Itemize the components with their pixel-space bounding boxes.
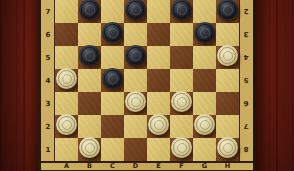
square-h3[interactable]: [216, 92, 239, 115]
square-a7[interactable]: [55, 0, 78, 23]
dark-checker-b5[interactable]: [79, 45, 100, 66]
square-f7[interactable]: [170, 0, 193, 23]
square-g5[interactable]: [193, 46, 216, 69]
square-f6[interactable]: [170, 23, 193, 46]
square-g1[interactable]: [193, 138, 216, 161]
light-checker-e2[interactable]: [148, 114, 169, 135]
light-checker-f1[interactable]: [171, 137, 192, 158]
square-c6[interactable]: [101, 23, 124, 46]
square-b4[interactable]: [78, 69, 101, 92]
square-d2[interactable]: [124, 115, 147, 138]
square-c2[interactable]: [101, 115, 124, 138]
square-d7[interactable]: [124, 0, 147, 23]
square-f3[interactable]: [170, 92, 193, 115]
square-b6[interactable]: [78, 23, 101, 46]
rank-label-right-6: 6: [239, 92, 253, 115]
dark-checker-f7[interactable]: [171, 0, 192, 20]
square-e7[interactable]: [147, 0, 170, 23]
square-f1[interactable]: [170, 138, 193, 161]
light-checker-f3[interactable]: [171, 91, 192, 112]
square-f2[interactable]: [170, 115, 193, 138]
dark-checker-c4[interactable]: [102, 68, 123, 89]
file-label-c: C: [101, 163, 124, 170]
frame-edge-line: [41, 170, 253, 171]
square-e1[interactable]: [147, 138, 170, 161]
checkers-board: 87654321 12345678 ABCDEFGH: [38, 0, 256, 171]
file-label-a: A: [55, 163, 78, 170]
light-checker-a4[interactable]: [56, 68, 77, 89]
file-label-g: G: [193, 163, 216, 170]
file-label-e: E: [147, 163, 170, 170]
dark-checker-d7[interactable]: [125, 0, 146, 20]
dark-checker-g6[interactable]: [194, 22, 215, 43]
square-b5[interactable]: [78, 46, 101, 69]
light-checker-a2[interactable]: [56, 114, 77, 135]
file-label-f: F: [170, 163, 193, 170]
square-a6[interactable]: [55, 23, 78, 46]
square-a4[interactable]: [55, 69, 78, 92]
square-e3[interactable]: [147, 92, 170, 115]
rank-label-right-4: 4: [239, 46, 253, 69]
square-c4[interactable]: [101, 69, 124, 92]
rank-label-left-1: 1: [41, 138, 55, 161]
square-a1[interactable]: [55, 138, 78, 161]
square-h2[interactable]: [216, 115, 239, 138]
rank-labels-left: 87654321: [41, 0, 55, 161]
rank-label-left-6: 6: [41, 23, 55, 46]
square-d3[interactable]: [124, 92, 147, 115]
square-c3[interactable]: [101, 92, 124, 115]
rank-label-right-3: 3: [239, 23, 253, 46]
square-a3[interactable]: [55, 92, 78, 115]
square-b2[interactable]: [78, 115, 101, 138]
square-h6[interactable]: [216, 23, 239, 46]
square-c1[interactable]: [101, 138, 124, 161]
dark-checker-d5[interactable]: [125, 45, 146, 66]
square-e2[interactable]: [147, 115, 170, 138]
file-labels: ABCDEFGH: [55, 163, 239, 170]
dark-checker-b7[interactable]: [79, 0, 100, 20]
dark-checker-c6[interactable]: [102, 22, 123, 43]
square-d6[interactable]: [124, 23, 147, 46]
square-d4[interactable]: [124, 69, 147, 92]
dark-checker-h7[interactable]: [217, 0, 238, 20]
square-h1[interactable]: [216, 138, 239, 161]
light-checker-h1[interactable]: [217, 137, 238, 158]
square-h5[interactable]: [216, 46, 239, 69]
square-e5[interactable]: [147, 46, 170, 69]
square-g3[interactable]: [193, 92, 216, 115]
file-label-h: H: [216, 163, 239, 170]
checkers-app-screen: 87654321 12345678 ABCDEFGH: [0, 0, 294, 171]
square-b3[interactable]: [78, 92, 101, 115]
square-b7[interactable]: [78, 0, 101, 23]
light-checker-b1[interactable]: [79, 137, 100, 158]
square-c5[interactable]: [101, 46, 124, 69]
rank-label-left-2: 2: [41, 115, 55, 138]
square-g4[interactable]: [193, 69, 216, 92]
rank-label-left-5: 5: [41, 46, 55, 69]
square-g2[interactable]: [193, 115, 216, 138]
square-h7[interactable]: [216, 0, 239, 23]
light-checker-g2[interactable]: [194, 114, 215, 135]
square-c7[interactable]: [101, 0, 124, 23]
rank-label-left-3: 3: [41, 92, 55, 115]
rank-label-right-8: 8: [239, 138, 253, 161]
rank-label-right-5: 5: [239, 69, 253, 92]
square-d5[interactable]: [124, 46, 147, 69]
light-checker-d3[interactable]: [125, 91, 146, 112]
rank-label-left-4: 4: [41, 69, 55, 92]
square-h4[interactable]: [216, 69, 239, 92]
rank-label-right-2: 2: [239, 0, 253, 23]
square-f5[interactable]: [170, 46, 193, 69]
square-f4[interactable]: [170, 69, 193, 92]
square-d1[interactable]: [124, 138, 147, 161]
square-g6[interactable]: [193, 23, 216, 46]
square-e6[interactable]: [147, 23, 170, 46]
square-b1[interactable]: [78, 138, 101, 161]
square-a5[interactable]: [55, 46, 78, 69]
light-checker-h5[interactable]: [217, 45, 238, 66]
file-label-d: D: [124, 163, 147, 170]
square-e4[interactable]: [147, 69, 170, 92]
rank-label-left-7: 7: [41, 0, 55, 23]
board-squares: [55, 0, 239, 161]
rank-labels-right: 12345678: [239, 0, 253, 161]
square-g7[interactable]: [193, 0, 216, 23]
rank-label-right-7: 7: [239, 115, 253, 138]
file-label-b: B: [78, 163, 101, 170]
square-a2[interactable]: [55, 115, 78, 138]
